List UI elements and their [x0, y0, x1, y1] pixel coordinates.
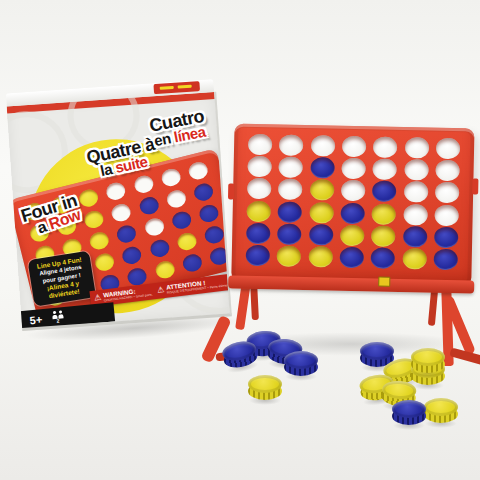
board-hole-r5c6 [403, 226, 427, 247]
warning-triangle-icon: ⚠ [157, 286, 165, 295]
box-art-hole-r3c4 [116, 223, 139, 244]
board-cell [400, 203, 432, 226]
board-cell [273, 245, 305, 268]
board-hole-r4c1 [246, 200, 270, 221]
board-hole-r1c6 [405, 137, 429, 158]
board-cell [370, 135, 402, 158]
board-hole-r6c4 [340, 247, 364, 268]
warning-triangle-icon: ⚠ [94, 294, 102, 303]
person-icon [51, 311, 57, 319]
board-cell [368, 202, 400, 225]
board-cell [367, 247, 399, 270]
board-cell [242, 244, 274, 267]
board-hole-r5c3 [309, 224, 333, 245]
board-cell [430, 248, 462, 271]
board-cell [244, 133, 276, 156]
board-cell [431, 226, 463, 249]
board-hole-r3c4 [341, 180, 365, 201]
box-art-hole-r4c4 [121, 244, 144, 265]
lid-tab-mark [160, 86, 174, 90]
age-label: 5+ [29, 313, 43, 326]
board-cell [307, 134, 339, 157]
board-cell [401, 158, 433, 181]
players-icon: 2 [51, 310, 63, 324]
frame-right-notch [472, 178, 478, 194]
board-hole-r5c5 [371, 225, 395, 246]
board-hole-r1c2 [279, 134, 303, 155]
board-hole-r3c6 [404, 181, 428, 202]
board-frame [231, 123, 474, 286]
loose-disc-yellow-11 [381, 380, 417, 408]
board-cell [431, 181, 463, 204]
board-hole-r4c7 [435, 204, 459, 225]
board-cell [401, 136, 433, 159]
board-hole-r6c5 [371, 248, 395, 269]
board-cell [275, 156, 307, 179]
loose-disc-yellow-5 [248, 375, 282, 401]
box-lid-logo-tab [153, 81, 200, 94]
box-art-hole-r3c6 [170, 209, 193, 230]
box-art-hole-r3c5 [143, 216, 166, 237]
box-art-hole-r4c5 [148, 237, 171, 258]
loose-disc-yellow-13 [424, 398, 458, 424]
board-cell [399, 248, 431, 271]
board-hole-r6c2 [277, 246, 301, 267]
board-cell [306, 179, 338, 202]
board-bottom-rail [228, 275, 474, 293]
box-art-hole-r5c6 [181, 252, 204, 273]
board-hole-r2c7 [436, 160, 460, 181]
players-count: 2 [56, 319, 59, 324]
board-hole-r6c3 [308, 246, 332, 267]
board-hole-r1c5 [373, 136, 397, 157]
board-cell [243, 155, 275, 178]
board-cell [369, 158, 401, 181]
board-hole-r3c3 [310, 179, 334, 200]
board-cell [399, 225, 431, 248]
board-cell [242, 222, 274, 245]
box-title-spanish: Cuatro en línea [148, 108, 208, 148]
box-art-hole-r5c5 [154, 259, 177, 280]
box-art-hole-r3c7 [198, 202, 221, 223]
board-hole-r5c7 [434, 227, 458, 248]
box-front-panel: Four in a Row Quatre à la suite Cuatro e… [7, 92, 232, 331]
game-box: Four in a Row Quatre à la suite Cuatro e… [6, 79, 231, 337]
box-art-hole-r1c7 [187, 160, 210, 181]
right-foot-bar [449, 347, 480, 366]
box-art-hole-r2c4 [110, 202, 133, 223]
board-cell [273, 223, 305, 246]
board-hole-r4c6 [403, 204, 427, 225]
board-cell [337, 179, 369, 202]
board-hole-r2c3 [310, 157, 334, 178]
box-art-hole-r2c6 [165, 188, 188, 209]
box-art-hole-r3c3 [88, 230, 111, 251]
box-art-hole-r1c5 [132, 173, 155, 194]
board-hole-r2c4 [341, 158, 365, 179]
product-photo-scene: Four in a Row Quatre à la suite Cuatro e… [0, 0, 480, 480]
board-cell [338, 157, 370, 180]
frame-left-notch [228, 183, 234, 199]
tagline-badge: Line Up 4 Fun! Aligne 4 jetons pour gagn… [27, 251, 96, 307]
board-cell [338, 135, 370, 158]
box-art-hole-r2c3 [83, 208, 106, 229]
board-cell [369, 180, 401, 203]
board-hole-r2c1 [247, 156, 271, 177]
board-cell [304, 246, 336, 269]
board-hole-r4c4 [340, 202, 364, 223]
board-cell [242, 200, 274, 223]
board-cell [243, 177, 275, 200]
board-hole-r1c7 [436, 137, 460, 158]
board-cell [400, 181, 432, 204]
board-hole-r3c2 [278, 179, 302, 200]
board-hole-r5c2 [277, 223, 301, 244]
board-hole-r1c4 [342, 135, 366, 156]
board-grid [242, 133, 465, 272]
lid-tab-mark [178, 85, 192, 89]
board-hole-r2c6 [404, 159, 428, 180]
board-cell [306, 156, 338, 179]
board-cell [336, 224, 368, 247]
loose-disc-yellow-10 [358, 373, 395, 403]
box-art-hole-r2c5 [138, 195, 161, 216]
board-hole-r6c6 [402, 248, 426, 269]
left-foot-bar [215, 350, 250, 362]
person-icon [57, 310, 63, 318]
board-hole-r3c5 [372, 181, 396, 202]
board-cell [368, 225, 400, 248]
board-hole-r2c2 [279, 156, 303, 177]
board-hole-r6c1 [245, 245, 269, 266]
board-cell [432, 159, 464, 182]
board-hole-r3c1 [247, 178, 271, 199]
box-art-hole-r4c6 [176, 231, 199, 252]
box-art-hole-r1c4 [105, 180, 128, 201]
board-cell [275, 133, 307, 156]
board-cell [305, 223, 337, 246]
board-hole-r6c7 [434, 249, 458, 270]
board-cell [431, 204, 463, 227]
board-cell [305, 201, 337, 224]
board-cell [336, 246, 368, 269]
box-art-hole-r4c3 [93, 251, 116, 272]
board-hole-r4c5 [372, 203, 396, 224]
loose-disc-blue-12 [392, 400, 426, 426]
connect-four-stand [225, 119, 480, 374]
box-art-hole-r1c3 [77, 187, 100, 208]
board-cell [274, 178, 306, 201]
board-hole-r2c5 [373, 158, 397, 179]
board-cell [274, 200, 306, 223]
board-hole-r1c3 [310, 135, 334, 156]
board-cell [337, 202, 369, 225]
board-cell [432, 137, 464, 160]
board-hole-r4c2 [278, 201, 302, 222]
board-hole-r5c4 [340, 225, 364, 246]
box-art-hole-r4c7 [203, 224, 226, 245]
board-hole-r1c1 [248, 133, 272, 154]
box-art-hole-r2c7 [193, 181, 216, 202]
board-hole-r5c1 [246, 223, 270, 244]
release-latch [378, 277, 390, 287]
board-hole-r3c7 [435, 182, 459, 203]
board-hole-r4c3 [309, 202, 333, 223]
box-art-hole-r1c6 [160, 167, 183, 188]
